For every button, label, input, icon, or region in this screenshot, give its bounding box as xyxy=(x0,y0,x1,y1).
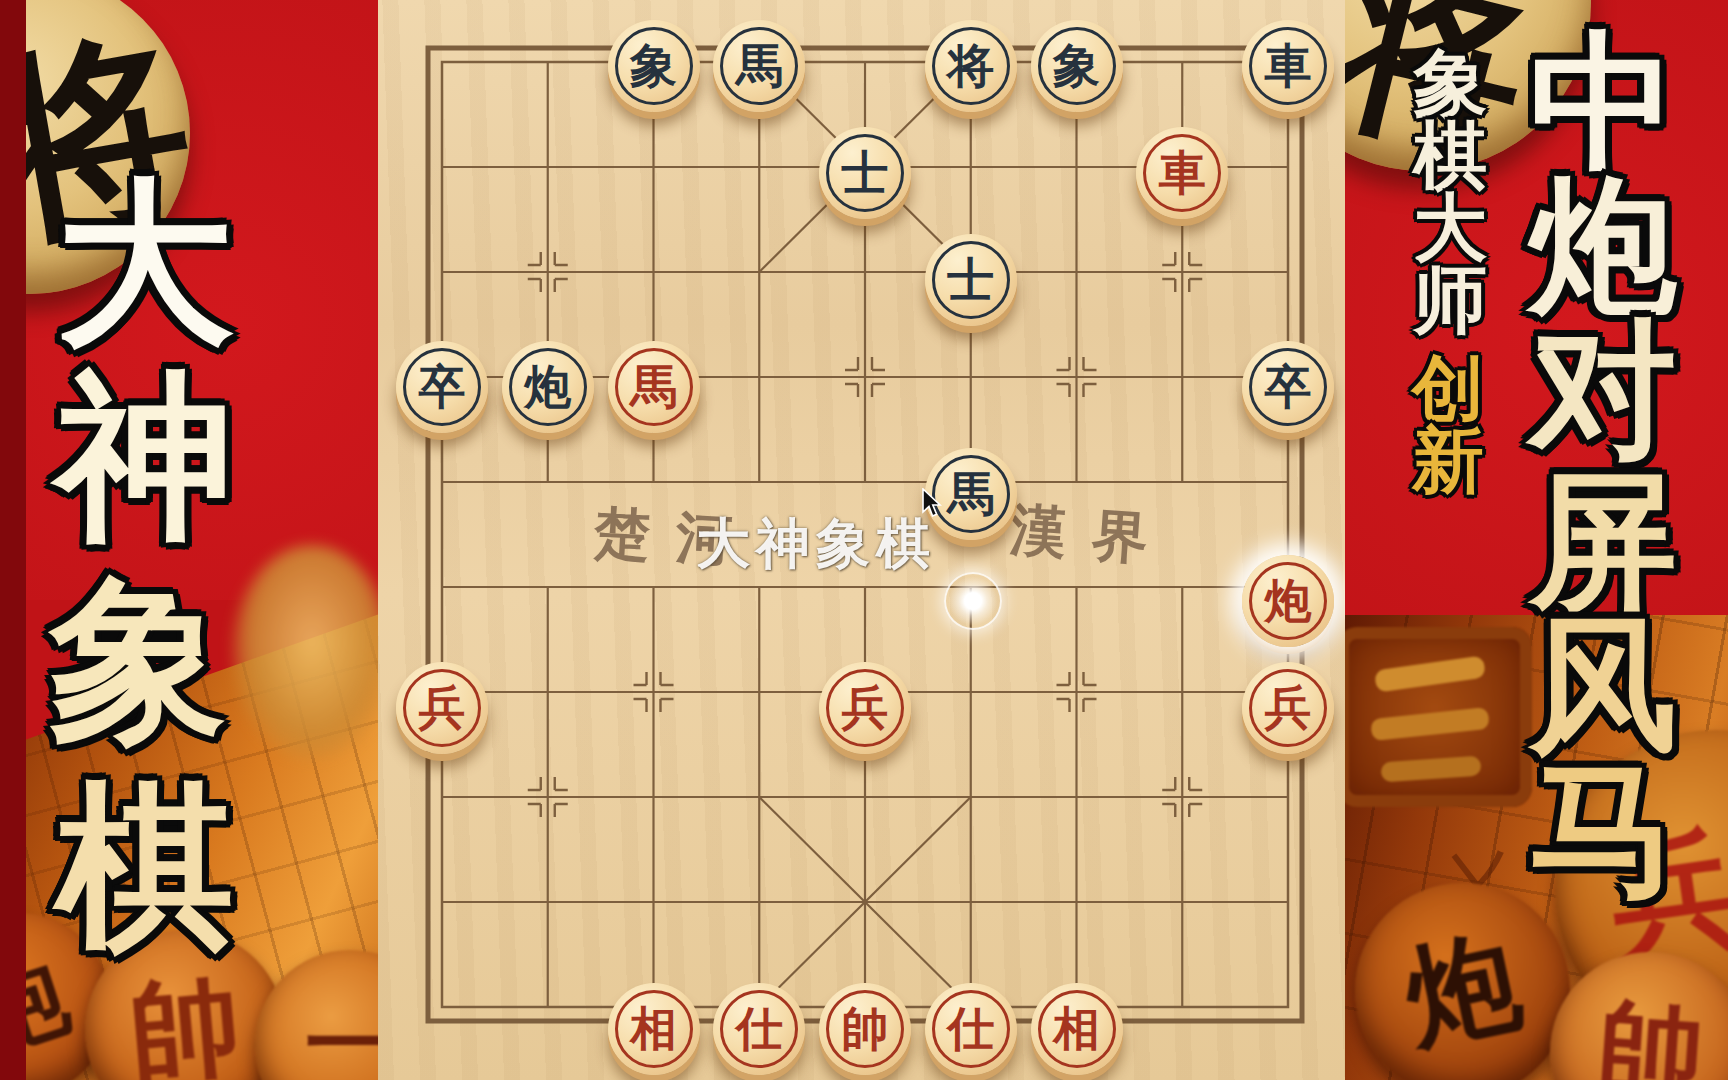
piece-character: 兵 xyxy=(1265,684,1312,731)
channel-watermark: 大神象棋 xyxy=(696,508,936,581)
xiangqi-piece-black-車-f8r0[interactable]: 車 xyxy=(1242,20,1334,112)
photo-marshal-char: 帥 xyxy=(1593,978,1708,1080)
right-subtitle-char-1: 象 xyxy=(1405,46,1495,120)
piece-ring: 兵 xyxy=(1249,669,1327,747)
piece-ring: 車 xyxy=(1249,27,1327,105)
piece-character: 士 xyxy=(842,149,889,196)
xiangqi-piece-black-象-f6r0[interactable]: 象 xyxy=(1031,20,1123,112)
piece-ring: 士 xyxy=(932,241,1010,319)
piece-ring: 相 xyxy=(1038,990,1116,1068)
xiangqi-piece-black-卒-f8r3[interactable]: 卒 xyxy=(1242,341,1334,433)
piece-ring: 炮 xyxy=(1249,562,1327,640)
piece-character: 馬 xyxy=(630,363,677,410)
gold-fabric-decoration xyxy=(232,545,378,760)
xiangqi-app-screen: 将 大 神 象 棋 炮 帥 一 楚河 漢界 象馬将象車士車士卒 xyxy=(0,0,1728,1080)
piece-ring: 帥 xyxy=(826,990,904,1068)
photo-marshal-char: 帥 xyxy=(124,951,247,1080)
piece-character: 相 xyxy=(630,1005,677,1052)
right-title-char-1: 中 xyxy=(1513,28,1693,176)
carved-relief-tile xyxy=(1345,627,1532,807)
piece-character: 仕 xyxy=(736,1005,783,1052)
piece-character: 将 xyxy=(947,42,994,89)
xiangqi-piece-red-相-f2r9[interactable]: 相 xyxy=(608,983,700,1075)
right-subtitle-char-3: 大 xyxy=(1405,190,1495,264)
right-subtitle-char-4: 师 xyxy=(1405,262,1495,336)
piece-character: 象 xyxy=(1053,42,1100,89)
piece-character: 卒 xyxy=(1265,363,1312,410)
piece-ring: 象 xyxy=(1038,27,1116,105)
right-title-char-5: 风 xyxy=(1513,612,1693,760)
left-title-char-3: 象 xyxy=(33,572,243,750)
xiangqi-piece-red-帥-f4r9[interactable]: 帥 xyxy=(819,983,911,1075)
piece-ring: 象 xyxy=(615,27,693,105)
piece-ring: 相 xyxy=(615,990,693,1068)
piece-ring: 車 xyxy=(1143,134,1221,212)
right-title-char-4: 屏 xyxy=(1513,468,1693,616)
piece-character: 車 xyxy=(1265,42,1312,89)
piece-character: 馬 xyxy=(736,42,783,89)
piece-character: 炮 xyxy=(524,363,571,410)
xiangqi-piece-black-士-f4r1[interactable]: 士 xyxy=(819,127,911,219)
right-title-char-3: 对 xyxy=(1513,316,1693,464)
xiangqi-piece-black-卒-f0r3[interactable]: 卒 xyxy=(396,341,488,433)
piece-character: 卒 xyxy=(419,363,466,410)
piece-ring: 卒 xyxy=(403,348,481,426)
piece-character: 兵 xyxy=(419,684,466,731)
xiangqi-piece-red-兵-f4r6[interactable]: 兵 xyxy=(819,662,911,754)
xiangqi-piece-red-相-f6r9[interactable]: 相 xyxy=(1031,983,1123,1075)
piece-ring: 将 xyxy=(932,27,1010,105)
right-banner-panel: 将 象 棋 大 师 创 新 中 炮 对 屏 风 马 㐅 兵 炮 xyxy=(1345,0,1728,1080)
xiangqi-piece-black-象-f2r0[interactable]: 象 xyxy=(608,20,700,112)
xiangqi-piece-red-炮-f8r5[interactable]: 炮 xyxy=(1242,555,1334,647)
xiangqi-piece-black-士-f5r2[interactable]: 士 xyxy=(925,234,1017,326)
xiangqi-piece-red-兵-f0r6[interactable]: 兵 xyxy=(396,662,488,754)
piece-ring: 兵 xyxy=(826,669,904,747)
xiangqi-piece-red-仕-f5r9[interactable]: 仕 xyxy=(925,983,1017,1075)
piece-character: 士 xyxy=(947,256,994,303)
piece-ring: 馬 xyxy=(720,27,798,105)
piece-ring: 仕 xyxy=(720,990,798,1068)
left-banner-panel: 将 大 神 象 棋 炮 帥 一 xyxy=(0,0,378,1080)
piece-character: 象 xyxy=(630,42,677,89)
mouse-cursor xyxy=(921,488,947,526)
right-subtitle2-char-1: 创 xyxy=(1403,352,1493,424)
xiangqi-piece-black-馬-f3r0[interactable]: 馬 xyxy=(713,20,805,112)
xiangqi-board[interactable]: 楚河 漢界 象馬将象車士車士卒炮馬卒馬炮兵兵兵相仕帥仕相 大神象棋 xyxy=(378,0,1345,1080)
right-title-char-2: 炮 xyxy=(1513,172,1693,320)
left-title-char-2: 神 xyxy=(40,368,250,546)
river-label-han-jie: 漢界 xyxy=(1008,492,1177,579)
piece-character: 帥 xyxy=(842,1005,889,1052)
piece-ring: 士 xyxy=(826,134,904,212)
piece-character: 相 xyxy=(1053,1005,1100,1052)
xiangqi-piece-red-兵-f8r6[interactable]: 兵 xyxy=(1242,662,1334,754)
piece-character: 炮 xyxy=(1265,577,1312,624)
piece-character: 馬 xyxy=(947,470,994,517)
piece-ring: 仕 xyxy=(932,990,1010,1068)
photo-side-char: 一 xyxy=(305,984,378,1080)
move-hint-marker[interactable] xyxy=(944,572,1002,630)
xiangqi-piece-red-車-f7r1[interactable]: 車 xyxy=(1136,127,1228,219)
piece-ring: 馬 xyxy=(615,348,693,426)
left-title-char-4: 棋 xyxy=(40,778,250,956)
xiangqi-piece-red-馬-f2r3[interactable]: 馬 xyxy=(608,341,700,433)
right-title-char-6: 马 xyxy=(1513,756,1693,904)
piece-character: 兵 xyxy=(842,684,889,731)
xiangqi-piece-red-仕-f3r9[interactable]: 仕 xyxy=(713,983,805,1075)
piece-character: 仕 xyxy=(947,1005,994,1052)
xiangqi-piece-black-将-f5r0[interactable]: 将 xyxy=(925,20,1017,112)
piece-character: 車 xyxy=(1159,149,1206,196)
piece-ring: 炮 xyxy=(509,348,587,426)
left-title-char-1: 大 xyxy=(40,175,250,353)
piece-ring: 卒 xyxy=(1249,348,1327,426)
right-subtitle-char-2: 棋 xyxy=(1405,118,1495,192)
left-edge-dark-strip xyxy=(0,0,26,1080)
xiangqi-piece-black-炮-f1r3[interactable]: 炮 xyxy=(502,341,594,433)
piece-ring: 兵 xyxy=(403,669,481,747)
right-subtitle2-char-2: 新 xyxy=(1403,424,1493,496)
photo-cannon-char: 炮 xyxy=(1392,905,1533,1076)
